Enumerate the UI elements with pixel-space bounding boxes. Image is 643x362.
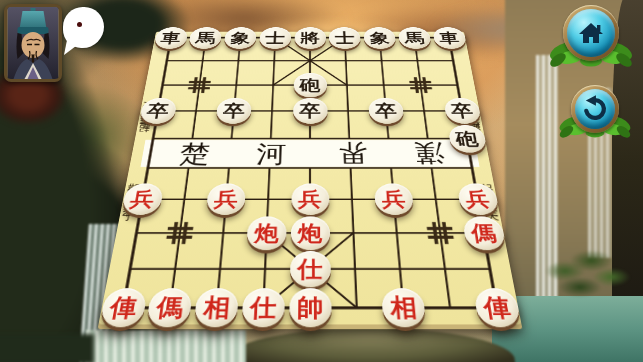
button-globe	[567, 9, 615, 57]
piece-black-advisor-b[interactable]: 士	[329, 27, 361, 49]
piece-red-horse-a[interactable]: 傌	[146, 289, 193, 328]
piece-red-chariot-b[interactable]: 俥	[473, 289, 522, 328]
piece-black-cannon-a[interactable]: 砲	[293, 73, 327, 97]
piece-black-elephant-a[interactable]: 象	[224, 27, 257, 49]
piece-black-soldier-e[interactable]: 卒	[443, 98, 482, 124]
piece-black-soldier-d[interactable]: 卒	[368, 98, 405, 124]
home-icon	[578, 21, 604, 45]
piece-red-soldier-d[interactable]: 兵	[374, 184, 415, 215]
piece-red-cannon-b[interactable]: 炮	[290, 216, 330, 250]
background-pine-tree	[543, 244, 631, 304]
piece-red-general[interactable]: 帥	[289, 289, 332, 328]
pieces-layer: 車馬象士將士象馬車砲卒卒卒卒卒砲兵兵兵兵兵炮炮傌仕俥傌相仕帥相俥	[97, 32, 523, 332]
avatar	[4, 4, 62, 82]
piece-black-advisor-a[interactable]: 士	[259, 27, 291, 49]
piece-black-general[interactable]: 將	[294, 27, 326, 49]
piece-red-advisor-b[interactable]: 仕	[289, 251, 330, 287]
piece-black-cannon-b[interactable]: 砲	[447, 125, 487, 153]
piece-black-soldier-a[interactable]: 卒	[138, 98, 177, 124]
piece-black-soldier-c[interactable]: 卒	[293, 98, 328, 124]
background-rock-bottom-left	[0, 334, 94, 362]
piece-black-horse-a[interactable]: 馬	[188, 27, 222, 49]
button-globe	[575, 89, 615, 129]
undo-arrow-icon	[580, 94, 610, 124]
piece-red-chariot-a[interactable]: 俥	[98, 289, 147, 328]
background-waterfall-bottom	[86, 330, 246, 362]
speech-bubble-dot	[77, 22, 82, 27]
piece-red-soldier-e[interactable]: 兵	[456, 184, 499, 215]
piece-red-cannon-a[interactable]: 炮	[246, 216, 287, 250]
piece-red-advisor-a[interactable]: 仕	[241, 289, 285, 328]
general-portrait	[7, 7, 59, 79]
piece-red-elephant-a[interactable]: 相	[193, 289, 239, 328]
piece-red-horse-b[interactable]: 傌	[461, 216, 506, 250]
home-button[interactable]	[563, 5, 619, 61]
piece-black-soldier-b[interactable]: 卒	[215, 98, 252, 124]
piece-red-soldier-c[interactable]: 兵	[291, 184, 329, 215]
button-ring	[571, 85, 619, 133]
undo-button[interactable]	[571, 85, 619, 133]
button-ring	[563, 5, 619, 61]
game-screen: 楚 河 漢 界 起手無回大丈夫 觀棋不語真君子 觀棋不語真君子 起手無回大丈夫 …	[0, 0, 643, 362]
piece-red-soldier-a[interactable]: 兵	[120, 184, 163, 215]
xiangqi-board[interactable]: 楚 河 漢 界 起手無回大丈夫 觀棋不語真君子 觀棋不語真君子 起手無回大丈夫 …	[97, 32, 523, 332]
piece-red-elephant-b[interactable]: 相	[381, 289, 427, 328]
piece-red-soldier-b[interactable]: 兵	[206, 184, 247, 215]
